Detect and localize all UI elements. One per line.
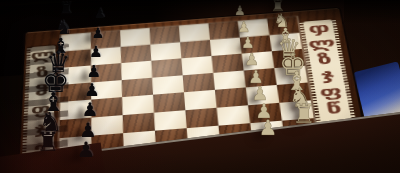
carving-motif: წ [325,101,342,116]
black-pawn[interactable]: ♟ [77,139,96,160]
photo-frame: ლზჵფჯე ჶლზჯფწე ♜♞♝♛♚♝♞♜♟♟♟♟♟♟♟♟♟♟♟♟♟♟♟♟♜… [0,0,400,173]
carving-motif: ფ [318,84,343,99]
carving-motif: ლ [307,36,336,51]
white-pawn[interactable]: ♟ [241,37,255,52]
black-rook[interactable]: ♜ [59,1,74,17]
white-pawn[interactable]: ♟ [234,4,246,17]
white-pawn[interactable]: ♟ [238,21,251,35]
carving-motif: ზ [316,52,332,66]
black-pawn[interactable]: ♟ [84,83,100,101]
black-pawn[interactable]: ♟ [89,45,103,60]
carving-motif: ჯ [319,68,335,82]
black-pawn[interactable]: ♟ [94,7,106,20]
white-pawn[interactable]: ♟ [259,117,278,138]
carving-motif: ჶ [307,21,331,35]
black-rook[interactable]: ♜ [36,129,60,155]
white-rook[interactable]: ♜ [292,101,316,127]
black-pawn[interactable]: ♟ [92,26,105,40]
panel-serration [22,48,31,159]
black-pawn[interactable]: ♟ [87,64,102,81]
